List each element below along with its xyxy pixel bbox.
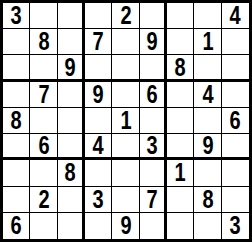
cell-r4c1[interactable] [3, 82, 30, 108]
cell-r5c6[interactable] [140, 108, 167, 134]
cell-r1c7[interactable] [167, 3, 194, 29]
given-digit: 6 [146, 82, 157, 107]
cell-r7c1[interactable] [3, 160, 30, 186]
given-digit: 1 [120, 108, 131, 133]
cell-r5c7[interactable] [167, 108, 194, 134]
given-digit: 9 [146, 29, 157, 54]
cell-r9c7[interactable] [167, 213, 194, 239]
cell-r7c4[interactable] [85, 160, 112, 186]
cell-r8c6[interactable]: 7 [140, 187, 167, 213]
cell-r4c4[interactable]: 9 [85, 82, 112, 108]
given-digit: 3 [11, 3, 22, 28]
cell-r4c5[interactable] [112, 82, 139, 108]
given-digit: 3 [230, 213, 241, 238]
cell-r7c7[interactable]: 1 [167, 160, 194, 186]
cell-r4c9[interactable] [222, 82, 249, 108]
cell-r4c7[interactable] [167, 82, 194, 108]
given-digit: 8 [64, 160, 75, 185]
given-digit: 9 [202, 134, 213, 158]
cell-r4c6[interactable]: 6 [140, 82, 167, 108]
given-digit: 7 [93, 29, 104, 54]
cell-r1c3[interactable] [58, 3, 85, 29]
given-digit: 3 [93, 187, 104, 212]
cell-r6c4[interactable]: 4 [85, 134, 112, 160]
cell-r8c7[interactable] [167, 187, 194, 213]
cell-r9c1[interactable]: 6 [3, 213, 30, 239]
given-digit: 4 [230, 3, 241, 28]
cell-r4c2[interactable]: 7 [30, 82, 57, 108]
cell-r7c2[interactable] [30, 160, 57, 186]
cell-r5c5[interactable]: 1 [112, 108, 139, 134]
given-digit: 8 [38, 29, 49, 54]
given-digit: 4 [93, 134, 104, 158]
given-digit: 8 [11, 108, 22, 133]
cell-r3c2[interactable] [30, 55, 57, 81]
cell-r6c8[interactable]: 9 [194, 134, 221, 160]
cell-r8c9[interactable] [222, 187, 249, 213]
given-digit: 1 [202, 29, 213, 54]
cell-r9c8[interactable] [194, 213, 221, 239]
cell-r1c1[interactable]: 3 [3, 3, 30, 29]
given-digit: 9 [93, 82, 104, 107]
cell-r2c2[interactable]: 8 [30, 29, 57, 55]
cell-r9c5[interactable]: 9 [112, 213, 139, 239]
cell-r3c1[interactable] [3, 55, 30, 81]
cell-r5c9[interactable]: 6 [222, 108, 249, 134]
given-digit: 7 [38, 82, 49, 107]
cell-r6c6[interactable]: 3 [140, 134, 167, 160]
cell-r2c3[interactable] [58, 29, 85, 55]
given-digit: 9 [64, 55, 75, 79]
cell-r1c4[interactable] [85, 3, 112, 29]
cell-r6c3[interactable] [58, 134, 85, 160]
given-digit: 8 [202, 187, 213, 212]
cell-r2c6[interactable]: 9 [140, 29, 167, 55]
cell-r5c1[interactable]: 8 [3, 108, 30, 134]
cell-r2c7[interactable] [167, 29, 194, 55]
cell-r8c3[interactable] [58, 187, 85, 213]
cell-r2c5[interactable] [112, 29, 139, 55]
given-digit: 7 [146, 187, 157, 212]
cell-r1c5[interactable]: 2 [112, 3, 139, 29]
cell-r2c4[interactable]: 7 [85, 29, 112, 55]
cell-r2c1[interactable] [3, 29, 30, 55]
cell-r9c2[interactable] [30, 213, 57, 239]
cell-r7c9[interactable] [222, 160, 249, 186]
given-digit: 4 [202, 82, 213, 107]
cell-r1c2[interactable] [30, 3, 57, 29]
given-digit: 3 [146, 134, 157, 158]
cell-r3c3[interactable]: 9 [58, 55, 85, 81]
cell-r7c6[interactable] [140, 160, 167, 186]
cell-r1c9[interactable]: 4 [222, 3, 249, 29]
cell-r5c4[interactable] [85, 108, 112, 134]
cell-r2c8[interactable]: 1 [194, 29, 221, 55]
sudoku-board: 32487919879648166439812378693 [0, 0, 252, 242]
given-digit: 1 [175, 160, 186, 185]
cell-r6c9[interactable] [222, 134, 249, 160]
given-digit: 6 [11, 213, 22, 238]
cell-r9c6[interactable] [140, 213, 167, 239]
cell-r3c9[interactable] [222, 55, 249, 81]
cell-r2c9[interactable] [222, 29, 249, 55]
cell-r3c5[interactable] [112, 55, 139, 81]
given-digit: 2 [38, 187, 49, 212]
cell-r8c5[interactable] [112, 187, 139, 213]
cell-r7c3[interactable]: 8 [58, 160, 85, 186]
given-digit: 6 [38, 134, 49, 158]
given-digit: 2 [120, 3, 131, 28]
cell-r8c2[interactable]: 2 [30, 187, 57, 213]
cell-r3c6[interactable] [140, 55, 167, 81]
cell-r6c1[interactable] [3, 134, 30, 160]
cell-r6c5[interactable] [112, 134, 139, 160]
given-digit: 8 [175, 55, 186, 79]
given-digit: 9 [120, 213, 131, 238]
cell-r1c6[interactable] [140, 3, 167, 29]
cell-r3c7[interactable]: 8 [167, 55, 194, 81]
cell-r4c8[interactable]: 4 [194, 82, 221, 108]
cell-r1c8[interactable] [194, 3, 221, 29]
cell-r3c4[interactable] [85, 55, 112, 81]
cell-r8c1[interactable] [3, 187, 30, 213]
cell-r9c9[interactable]: 3 [222, 213, 249, 239]
cell-r8c8[interactable]: 8 [194, 187, 221, 213]
cell-r5c8[interactable] [194, 108, 221, 134]
cell-r9c4[interactable] [85, 213, 112, 239]
cell-r6c2[interactable]: 6 [30, 134, 57, 160]
cell-r3c8[interactable] [194, 55, 221, 81]
cell-r5c2[interactable] [30, 108, 57, 134]
cell-r8c4[interactable]: 3 [85, 187, 112, 213]
cell-r7c5[interactable] [112, 160, 139, 186]
cell-r6c7[interactable] [167, 134, 194, 160]
cell-r4c3[interactable] [58, 82, 85, 108]
cell-r5c3[interactable] [58, 108, 85, 134]
cell-r9c3[interactable] [58, 213, 85, 239]
given-digit: 6 [230, 108, 241, 133]
cell-r7c8[interactable] [194, 160, 221, 186]
